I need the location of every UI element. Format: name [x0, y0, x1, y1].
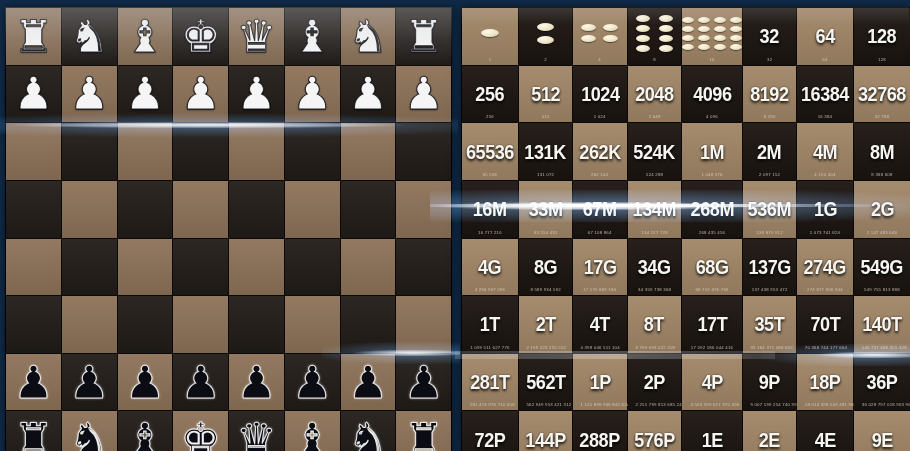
power-value-label: 512	[531, 82, 560, 106]
power-square-r7c2: 562T562 949 953 421 312	[519, 354, 572, 411]
power-full-value-caption: 1 024	[581, 115, 619, 119]
chess-square-r1c8[interactable]: ♜	[396, 8, 451, 65]
chess-square-r4c7[interactable]	[341, 181, 396, 238]
chess-square-r2c2[interactable]: ♟	[62, 66, 117, 123]
black-pawn-piece: ♟	[125, 360, 165, 405]
chess-square-r8c4[interactable]: ♚	[173, 411, 228, 451]
rice-grain-icon	[659, 15, 673, 22]
power-square-r2c3: 10241 024	[573, 66, 626, 123]
chess-square-r5c6[interactable]	[285, 239, 340, 296]
chess-square-r1c4[interactable]: ♚	[173, 8, 228, 65]
power-value-label: 1T	[480, 312, 500, 336]
power-value-label: 137G	[748, 255, 790, 279]
power-full-value-caption: 134 217 728	[635, 230, 673, 234]
power-square-r1c4: 8	[628, 8, 681, 65]
chess-square-r4c2[interactable]	[62, 181, 117, 238]
power-square-r1c1: 1	[462, 8, 518, 65]
chess-square-r1c2[interactable]: ♞	[62, 8, 117, 65]
chess-square-r2c1[interactable]: ♟	[6, 66, 61, 123]
power-value-label: 4M	[813, 140, 837, 164]
rice-grain-icon	[636, 25, 650, 32]
power-square-r8c8: 9E9 223 372 036 854 775 808	[854, 411, 910, 451]
white-pawn-piece: ♟	[292, 71, 332, 116]
black-bishop-piece: ♝	[292, 417, 332, 451]
chess-square-r8c6[interactable]: ♝	[285, 411, 340, 451]
rice-grain-icon	[603, 35, 618, 42]
chess-square-r5c5[interactable]	[229, 239, 284, 296]
power-value-label: 128	[868, 24, 897, 48]
white-rook-piece: ♜	[13, 14, 53, 59]
chess-square-r8c5[interactable]: ♛	[229, 411, 284, 451]
rice-grain-icon	[481, 29, 499, 37]
chess-square-r4c5[interactable]	[229, 181, 284, 238]
power-value-label: 288P	[580, 428, 620, 451]
power-full-value-caption: 2	[526, 57, 564, 61]
power-value-label: 17T	[697, 312, 727, 336]
white-knight-piece: ♞	[69, 14, 109, 59]
power-value-label: 68G	[695, 255, 728, 279]
power-square-r5c4: 34G34 359 738 368	[628, 239, 681, 296]
chess-square-r3c7[interactable]	[341, 123, 396, 180]
power-full-value-caption: 65 536	[470, 173, 510, 177]
power-value-label: 18P	[810, 370, 841, 394]
power-full-value-caption: 35 184 372 088 832	[750, 346, 788, 350]
power-value-label: 268M	[690, 197, 733, 221]
power-value-label: 2T	[535, 312, 555, 336]
power-square-r7c1: 281T281 474 976 710 656	[462, 354, 518, 411]
power-full-value-caption: 2 199 023 255 552	[526, 346, 564, 350]
black-pawn-piece: ♟	[292, 360, 332, 405]
powers-of-two-board: 1248163232646412812825625651251210241 02…	[461, 7, 910, 451]
power-square-r8c1: 72P72 057 594 037 927 936	[462, 411, 518, 451]
power-value-label: 4G	[478, 255, 501, 279]
power-square-r2c4: 20482 048	[628, 66, 681, 123]
power-square-r5c3: 17G17 179 869 184	[573, 239, 626, 296]
power-value-label: 8192	[750, 82, 788, 106]
power-value-label: 562T	[526, 370, 565, 394]
power-square-r1c3: 4	[573, 8, 626, 65]
white-pawn-piece: ♟	[125, 71, 165, 116]
power-square-r3c6: 2M2 097 152	[743, 123, 796, 180]
power-full-value-caption: 1 099 511 627 776	[470, 346, 510, 350]
power-square-r6c8: 140T140 737 488 355 328	[854, 296, 910, 353]
power-full-value-caption: 268 435 456	[690, 230, 733, 234]
rice-grain-cluster-2-icon	[537, 23, 554, 44]
rice-grain-icon	[714, 44, 726, 50]
power-square-r5c2: 8G8 589 934 592	[519, 239, 572, 296]
white-pawn-piece: ♟	[403, 71, 443, 116]
power-full-value-caption: 67 108 864	[581, 230, 619, 234]
power-square-r3c3: 262K262 144	[573, 123, 626, 180]
power-square-r2c6: 81928 192	[743, 66, 796, 123]
rice-grain-icon	[659, 25, 673, 32]
chess-square-r6c1[interactable]	[6, 296, 61, 353]
chess-square-r5c7[interactable]	[341, 239, 396, 296]
rice-grain-cluster-4-icon	[581, 24, 618, 42]
power-square-r4c5: 268M268 435 456	[682, 181, 742, 238]
power-full-value-caption: 4 503 599 627 370 496	[690, 403, 733, 407]
chess-square-r1c7[interactable]: ♞	[341, 8, 396, 65]
power-full-value-caption: 4 294 967 296	[470, 288, 510, 292]
power-value-label: 32768	[858, 82, 906, 106]
power-square-r5c8: 549G549 755 813 888	[854, 239, 910, 296]
power-square-r1c6: 3232	[743, 8, 796, 65]
chess-square-r3c2[interactable]	[62, 123, 117, 180]
black-pawn-piece: ♟	[236, 360, 276, 405]
power-square-r5c6: 137G137 438 953 472	[743, 239, 796, 296]
white-pawn-piece: ♟	[13, 71, 53, 116]
rice-grain-icon	[636, 15, 650, 22]
chess-square-r2c5[interactable]: ♟	[229, 66, 284, 123]
power-value-label: 524K	[633, 140, 674, 164]
power-square-r3c8: 8M8 388 608	[854, 123, 910, 180]
rice-grain-icon	[581, 35, 596, 42]
chess-square-r6c7[interactable]	[341, 296, 396, 353]
white-bishop-piece: ♝	[125, 14, 165, 59]
power-full-value-caption: 70 368 744 177 664	[805, 346, 845, 350]
chess-square-r2c4[interactable]: ♟	[173, 66, 228, 123]
rice-grain-icon	[698, 26, 710, 32]
power-value-label: 65536	[466, 140, 514, 164]
white-pawn-piece: ♟	[69, 71, 109, 116]
chess-square-r6c8[interactable]	[396, 296, 451, 353]
white-bishop-piece: ♝	[292, 14, 332, 59]
power-full-value-caption: 2 097 152	[750, 173, 788, 177]
power-square-r2c7: 1638416 384	[797, 66, 853, 123]
power-full-value-caption: 1 073 741 824	[805, 230, 845, 234]
rice-grain-cluster-1-icon	[481, 29, 499, 37]
power-value-label: 9P	[759, 370, 780, 394]
chess-square-r2c7[interactable]: ♟	[341, 66, 396, 123]
rice-grain-icon	[698, 17, 710, 23]
rice-grain-icon	[682, 26, 694, 32]
power-full-value-caption: 8 388 608	[862, 173, 902, 177]
power-value-label: 4E	[815, 428, 836, 451]
power-full-value-caption: 1 125 899 906 842 624	[581, 403, 619, 407]
chess-square-r4c1[interactable]	[6, 181, 61, 238]
power-full-value-caption: 137 438 953 472	[750, 288, 788, 292]
power-full-value-caption: 16 384	[805, 115, 845, 119]
chess-square-r5c3[interactable]	[118, 239, 173, 296]
power-value-label: 1P	[589, 370, 610, 394]
chess-square-r6c3[interactable]	[118, 296, 173, 353]
power-square-r8c6: 2E2 305 843 009 213 693 952	[743, 411, 796, 451]
power-square-r3c2: 131K131 072	[519, 123, 572, 180]
chess-square-r8c2[interactable]: ♞	[62, 411, 117, 451]
black-bishop-piece: ♝	[125, 417, 165, 451]
chess-square-r7c8[interactable]: ♟	[396, 354, 451, 411]
power-full-value-caption: 281 474 976 710 656	[470, 403, 510, 407]
rice-grain-icon	[682, 35, 694, 41]
power-square-r2c1: 256256	[462, 66, 518, 123]
power-square-r7c7: 18P18 014 398 509 481 984	[797, 354, 853, 411]
white-pawn-piece: ♟	[348, 71, 388, 116]
chess-square-r7c2[interactable]: ♟	[62, 354, 117, 411]
power-square-r5c5: 68G68 719 476 736	[682, 239, 742, 296]
chess-square-r3c4[interactable]	[173, 123, 228, 180]
power-value-label: 35T	[755, 312, 785, 336]
power-full-value-caption: 4 096	[690, 115, 733, 119]
white-pawn-piece: ♟	[180, 71, 220, 116]
power-square-r6c6: 35T35 184 372 088 832	[743, 296, 796, 353]
black-pawn-piece: ♟	[348, 360, 388, 405]
power-square-r2c8: 3276832 768	[854, 66, 910, 123]
power-value-label: 2048	[635, 82, 673, 106]
power-full-value-caption: 256	[470, 115, 510, 119]
black-pawn-piece: ♟	[69, 360, 109, 405]
white-king-piece: ♚	[180, 14, 220, 59]
chess-square-r3c5[interactable]	[229, 123, 284, 180]
power-full-value-caption: 274 877 906 944	[805, 288, 845, 292]
power-value-label: 131K	[525, 140, 566, 164]
power-square-r7c3: 1P1 125 899 906 842 624	[573, 354, 626, 411]
power-square-r1c2: 2	[519, 8, 572, 65]
power-full-value-caption: 17 179 869 184	[581, 288, 619, 292]
power-full-value-caption: 16	[690, 57, 733, 61]
chess-square-r2c8[interactable]: ♟	[396, 66, 451, 123]
chess-square-r1c3[interactable]: ♝	[118, 8, 173, 65]
power-value-label: 549G	[861, 255, 903, 279]
chess-square-r6c4[interactable]	[173, 296, 228, 353]
power-value-label: 144P	[525, 428, 565, 451]
power-square-r6c4: 8T8 796 093 022 208	[628, 296, 681, 353]
power-full-value-caption: 8 192	[750, 115, 788, 119]
power-square-r6c3: 4T4 398 046 511 104	[573, 296, 626, 353]
power-value-label: 17G	[583, 255, 616, 279]
power-full-value-caption: 8 589 934 592	[526, 288, 564, 292]
rice-grain-icon	[603, 24, 618, 31]
power-square-r6c7: 70T70 368 744 177 664	[797, 296, 853, 353]
rice-grain-cluster-8-icon	[636, 15, 673, 52]
power-square-r2c2: 512512	[519, 66, 572, 123]
power-full-value-caption: 131 072	[526, 173, 564, 177]
power-square-r8c7: 4E4 611 686 018 427 387 904	[797, 411, 853, 451]
power-square-r1c5: 16	[682, 8, 742, 65]
chess-square-r5c1[interactable]	[6, 239, 61, 296]
power-square-r4c2: 33M33 554 432	[519, 181, 572, 238]
black-pawn-piece: ♟	[180, 360, 220, 405]
power-full-value-caption: 8 796 093 022 208	[635, 346, 673, 350]
power-value-label: 2E	[759, 428, 780, 451]
rice-grain-icon	[659, 45, 673, 52]
power-square-r1c8: 128128	[854, 8, 910, 65]
black-rook-piece: ♜	[403, 417, 443, 451]
power-full-value-caption: 32 768	[862, 115, 902, 119]
power-square-r7c5: 4P4 503 599 627 370 496	[682, 354, 742, 411]
power-value-label: 576P	[634, 428, 674, 451]
power-square-r8c3: 288P288 230 376 151 711 744	[573, 411, 626, 451]
power-full-value-caption: 64	[805, 57, 845, 61]
rice-grain-icon	[537, 23, 554, 31]
power-value-label: 9E	[871, 428, 892, 451]
rice-grain-icon	[682, 44, 694, 50]
rice-grain-icon	[730, 35, 742, 41]
power-square-r3c7: 4M4 194 304	[797, 123, 853, 180]
rice-grain-icon	[714, 35, 726, 41]
power-full-value-caption: 4	[581, 57, 619, 61]
chess-square-r6c6[interactable]	[285, 296, 340, 353]
white-knight-piece: ♞	[348, 14, 388, 59]
rice-grain-icon	[636, 45, 650, 52]
chess-square-r4c6[interactable]	[285, 181, 340, 238]
power-square-r5c1: 4G4 294 967 296	[462, 239, 518, 296]
power-value-label: 70T	[810, 312, 840, 336]
power-square-r1c7: 6464	[797, 8, 853, 65]
rice-grain-icon	[682, 17, 694, 23]
rice-grain-icon	[714, 17, 726, 23]
power-square-r8c4: 576P576 460 752 303 423 488	[628, 411, 681, 451]
chess-square-r1c5[interactable]: ♛	[229, 8, 284, 65]
power-value-label: 34G	[638, 255, 671, 279]
white-rook-piece: ♜	[403, 14, 443, 59]
power-full-value-caption: 128	[862, 57, 902, 61]
power-value-label: 2G	[870, 197, 893, 221]
chess-board: ♜♞♝♚♛♝♞♜♟♟♟♟♟♟♟♟♟♟♟♟♟♟♟♟♜♞♝♚♛♝♞♜	[5, 7, 452, 451]
chess-square-r5c4[interactable]	[173, 239, 228, 296]
chess-square-r7c5[interactable]: ♟	[229, 354, 284, 411]
chess-square-r7c1[interactable]: ♟	[6, 354, 61, 411]
black-rook-piece: ♜	[13, 417, 53, 451]
power-full-value-caption: 1	[470, 57, 510, 61]
power-full-value-caption: 68 719 476 736	[690, 288, 733, 292]
chess-square-r1c6[interactable]: ♝	[285, 8, 340, 65]
white-pawn-piece: ♟	[236, 71, 276, 116]
power-value-label: 72P	[475, 428, 506, 451]
power-square-r7c8: 36P36 028 797 018 963 968	[854, 354, 910, 411]
power-value-label: 536M	[748, 197, 791, 221]
power-full-value-caption: 4 398 046 511 104	[581, 346, 619, 350]
chess-square-r4c4[interactable]	[173, 181, 228, 238]
power-full-value-caption: 16 777 216	[470, 230, 510, 234]
power-full-value-caption: 34 359 738 368	[635, 288, 673, 292]
power-value-label: 16384	[801, 82, 849, 106]
chess-square-r3c6[interactable]	[285, 123, 340, 180]
power-value-label: 281T	[470, 370, 509, 394]
power-value-label: 4096	[693, 82, 731, 106]
power-full-value-caption: 2 048	[635, 115, 673, 119]
chess-square-r8c3[interactable]: ♝	[118, 411, 173, 451]
rice-grain-icon	[730, 17, 742, 23]
power-value-label: 274G	[804, 255, 846, 279]
power-full-value-caption: 536 870 912	[750, 230, 788, 234]
power-full-value-caption: 18 014 398 509 481 984	[805, 403, 845, 407]
black-pawn-piece: ♟	[403, 360, 443, 405]
power-square-r3c4: 524K524 288	[628, 123, 681, 180]
power-square-r5c7: 274G274 877 906 944	[797, 239, 853, 296]
power-value-label: 16M	[473, 197, 507, 221]
power-value-label: 262K	[579, 140, 620, 164]
power-full-value-caption: 9 007 199 254 740 992	[750, 403, 788, 407]
black-knight-piece: ♞	[348, 417, 388, 451]
power-full-value-caption: 549 755 813 888	[862, 288, 902, 292]
power-square-r4c6: 536M536 870 912	[743, 181, 796, 238]
power-full-value-caption: 32	[750, 57, 788, 61]
power-full-value-caption: 562 949 953 421 312	[526, 403, 564, 407]
power-value-label: 140T	[862, 312, 901, 336]
black-pawn-piece: ♟	[13, 360, 53, 405]
power-full-value-caption: 36 028 797 018 963 968	[862, 403, 902, 407]
power-full-value-caption: 262 144	[581, 173, 619, 177]
power-square-r4c4: 134M134 217 728	[628, 181, 681, 238]
power-value-label: 2P	[644, 370, 665, 394]
chess-square-r7c7[interactable]: ♟	[341, 354, 396, 411]
power-square-r7c6: 9P9 007 199 254 740 992	[743, 354, 796, 411]
chess-square-r6c5[interactable]	[229, 296, 284, 353]
chess-square-r7c4[interactable]: ♟	[173, 354, 228, 411]
white-queen-piece: ♛	[236, 14, 276, 59]
power-value-label: 8T	[644, 312, 664, 336]
power-square-r7c4: 2P2 251 799 813 685 248	[628, 354, 681, 411]
power-value-label: 1M	[700, 140, 724, 164]
chess-square-r3c1[interactable]	[6, 123, 61, 180]
chess-square-r6c2[interactable]	[62, 296, 117, 353]
power-square-r4c7: 1G1 073 741 824	[797, 181, 853, 238]
power-full-value-caption: 2 147 483 648	[862, 230, 902, 234]
power-value-label: 36P	[867, 370, 898, 394]
power-value-label: 256	[476, 82, 505, 106]
black-king-piece: ♚	[180, 417, 220, 451]
power-square-r6c5: 17T17 592 186 044 416	[682, 296, 742, 353]
chess-square-r8c1[interactable]: ♜	[6, 411, 61, 451]
chess-square-r3c8[interactable]	[396, 123, 451, 180]
power-square-r6c2: 2T2 199 023 255 552	[519, 296, 572, 353]
rice-grain-icon	[730, 26, 742, 32]
rice-grain-icon	[698, 44, 710, 50]
chess-square-r2c3[interactable]: ♟	[118, 66, 173, 123]
chess-square-r7c3[interactable]: ♟	[118, 354, 173, 411]
power-square-r2c5: 40964 096	[682, 66, 742, 123]
power-full-value-caption: 2 251 799 813 685 248	[635, 403, 673, 407]
power-square-r8c2: 144P144 115 188 075 855 872	[519, 411, 572, 451]
chess-square-r8c8[interactable]: ♜	[396, 411, 451, 451]
power-square-r6c1: 1T1 099 511 627 776	[462, 296, 518, 353]
chess-square-r2c6[interactable]: ♟	[285, 66, 340, 123]
chess-square-r5c8[interactable]	[396, 239, 451, 296]
chess-square-r4c8[interactable]	[396, 181, 451, 238]
power-value-label: 4P	[701, 370, 722, 394]
power-square-r4c8: 2G2 147 483 648	[854, 181, 910, 238]
chess-square-r3c3[interactable]	[118, 123, 173, 180]
power-value-label: 134M	[632, 197, 675, 221]
rice-grain-icon	[714, 26, 726, 32]
chess-square-r8c7[interactable]: ♞	[341, 411, 396, 451]
power-full-value-caption: 524 288	[635, 173, 673, 177]
black-queen-piece: ♛	[236, 417, 276, 451]
power-full-value-caption: 512	[526, 115, 564, 119]
power-value-label: 4T	[590, 312, 610, 336]
power-value-label: 1024	[581, 82, 619, 106]
power-square-r4c1: 16M16 777 216	[462, 181, 518, 238]
power-full-value-caption: 33 554 432	[526, 230, 564, 234]
power-full-value-caption: 1 048 576	[690, 173, 733, 177]
rice-grain-cluster-16-icon	[682, 17, 742, 50]
rice-grain-icon	[730, 44, 742, 50]
chess-square-r5c2[interactable]	[62, 239, 117, 296]
power-value-label: 2M	[757, 140, 781, 164]
chess-square-r1c1[interactable]: ♜	[6, 8, 61, 65]
power-full-value-caption: 140 737 488 355 328	[862, 346, 902, 350]
power-value-label: 1E	[701, 428, 722, 451]
rice-grain-icon	[581, 24, 596, 31]
power-value-label: 64	[816, 24, 835, 48]
power-square-r3c5: 1M1 048 576	[682, 123, 742, 180]
power-value-label: 33M	[529, 197, 563, 221]
rice-grain-icon	[636, 35, 650, 42]
chess-square-r7c6[interactable]: ♟	[285, 354, 340, 411]
power-value-label: 67M	[583, 197, 617, 221]
chess-square-r4c3[interactable]	[118, 181, 173, 238]
black-knight-piece: ♞	[69, 417, 109, 451]
